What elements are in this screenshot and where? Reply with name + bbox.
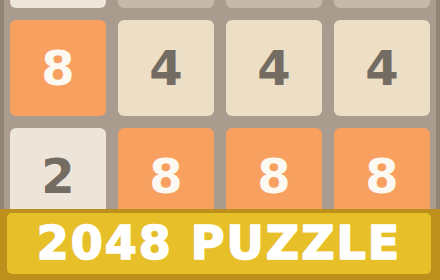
tile-4: 4	[118, 20, 214, 116]
title-banner: 2048 PUZZLE	[0, 209, 440, 280]
empty-cell	[334, 0, 430, 8]
game-screenshot: 84442888 2048 PUZZLE	[0, 0, 440, 280]
tile-4: 4	[334, 20, 430, 116]
empty-cell	[118, 0, 214, 8]
tile-8: 8	[10, 20, 106, 116]
banner-title-text: 2048 PUZZLE	[37, 216, 402, 270]
tile-4: 4	[226, 20, 322, 116]
title-banner-inner: 2048 PUZZLE	[7, 213, 431, 274]
empty-cell	[226, 0, 322, 8]
tile-cutoff	[10, 0, 106, 8]
